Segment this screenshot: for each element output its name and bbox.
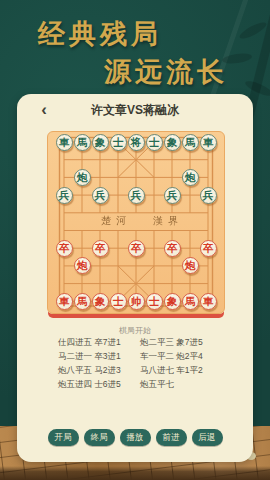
piece-red-車: 車 [200, 293, 217, 310]
piece-green-馬: 馬 [74, 134, 91, 151]
hero-title-line1: 经典残局 [38, 16, 162, 52]
river-label-han: 漢界 [153, 214, 183, 228]
end-button[interactable]: 终局 [84, 429, 115, 446]
piece-green-兵: 兵 [92, 187, 109, 204]
piece-red-炮: 炮 [74, 257, 91, 274]
move-pair: 炮五平七 [140, 379, 212, 389]
piece-green-兵: 兵 [128, 187, 145, 204]
move-pair: 马二进一 卒3进1 [58, 351, 130, 361]
piece-red-士: 士 [110, 293, 127, 310]
screen: 经典残局 源远流长 ‹ 许文章VS蒋融冰 [0, 0, 270, 480]
game-card: ‹ 许文章VS蒋融冰 [17, 94, 253, 462]
piece-red-士: 士 [146, 293, 163, 310]
forward-button[interactable]: 前进 [156, 429, 187, 446]
piece-red-卒: 卒 [128, 240, 145, 257]
page-title: 许文章VS蒋融冰 [17, 102, 253, 119]
move-pair: 仕四进五 卒7进1 [58, 337, 130, 347]
piece-green-馬: 馬 [182, 134, 199, 151]
piece-red-卒: 卒 [164, 240, 181, 257]
xiangqi-board: 楚河 漢界 車馬象士将士象馬車炮炮兵兵兵兵兵卒卒卒卒卒炮炮車馬象士帅士象馬車 [47, 131, 225, 314]
piece-red-馬: 馬 [182, 293, 199, 310]
piece-green-車: 車 [56, 134, 73, 151]
piece-green-士: 士 [146, 134, 163, 151]
piece-green-将: 将 [128, 134, 145, 151]
play-button[interactable]: 播放 [120, 429, 151, 446]
moves-header: 棋局开始 [17, 325, 253, 336]
controls-bar: 开局 终局 播放 前进 后退 [17, 429, 253, 446]
move-pair: 车一平二 炮2平4 [140, 351, 212, 361]
piece-red-馬: 馬 [74, 293, 91, 310]
move-pair: 马八进七 车1平2 [140, 365, 212, 375]
piece-red-炮: 炮 [182, 257, 199, 274]
piece-green-兵: 兵 [164, 187, 181, 204]
piece-red-象: 象 [92, 293, 109, 310]
move-pair: 炮二平三 象7进5 [140, 337, 212, 347]
piece-green-車: 車 [200, 134, 217, 151]
piece-green-象: 象 [92, 134, 109, 151]
start-button[interactable]: 开局 [48, 429, 79, 446]
piece-green-士: 士 [110, 134, 127, 151]
table-edge [0, 466, 270, 480]
piece-green-兵: 兵 [56, 187, 73, 204]
piece-red-象: 象 [164, 293, 181, 310]
piece-red-卒: 卒 [200, 240, 217, 257]
piece-green-象: 象 [164, 134, 181, 151]
move-pair: 炮五进四 士6进5 [58, 379, 130, 389]
piece-red-帅: 帅 [128, 293, 145, 310]
move-list: 仕四进五 卒7进1炮二平三 象7进5马二进一 卒3进1车一平二 炮2平4炮八平五… [17, 337, 253, 389]
piece-green-炮: 炮 [182, 169, 199, 186]
piece-red-車: 車 [56, 293, 73, 310]
river-label-chu: 楚河 [101, 214, 131, 228]
piece-red-卒: 卒 [56, 240, 73, 257]
piece-red-卒: 卒 [92, 240, 109, 257]
piece-green-兵: 兵 [200, 187, 217, 204]
card-header: ‹ 许文章VS蒋融冰 [17, 100, 253, 120]
backward-button[interactable]: 后退 [192, 429, 223, 446]
piece-green-炮: 炮 [74, 169, 91, 186]
move-pair: 炮八平五 马2进3 [58, 365, 130, 375]
hero-title-line2: 源远流长 [104, 54, 228, 90]
board-grid [48, 132, 224, 313]
